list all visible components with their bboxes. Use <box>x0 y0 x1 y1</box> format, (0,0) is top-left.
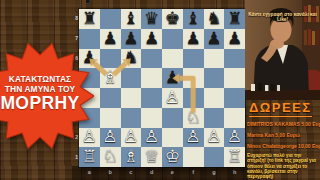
square-c1[interactable]: ♗ <box>121 147 142 167</box>
piece-black-pawn: ♟ <box>183 30 204 47</box>
piece-black-pawn: ♟ <box>162 69 183 86</box>
file-label-e: e <box>162 169 183 175</box>
square-b1[interactable]: ♘ <box>100 147 121 167</box>
piece-white-pawn: ♙ <box>183 129 204 146</box>
rank-label-7: 7 <box>69 36 78 41</box>
piece-black-bishop: ♝ <box>183 10 204 27</box>
square-g5[interactable] <box>204 68 225 88</box>
square-b6[interactable] <box>100 49 121 69</box>
piece-black-bishop: ♝ <box>121 10 142 27</box>
piece-white-pawn: ♙ <box>121 129 142 146</box>
file-label-c: c <box>121 169 142 175</box>
square-a1[interactable]: ♖ <box>79 147 100 167</box>
square-c2[interactable]: ♙ <box>121 128 142 148</box>
square-f4[interactable] <box>183 88 204 108</box>
square-e4[interactable]: ♙ <box>162 88 183 108</box>
subscribe-text: Κάντε εγγραφή στο κανάλι και Like! <box>246 12 319 23</box>
square-h1[interactable]: ♖ <box>224 147 245 167</box>
square-h8[interactable]: ♜ <box>224 9 245 29</box>
piece-white-pawn: ♙ <box>100 129 121 146</box>
square-g6[interactable] <box>204 49 225 69</box>
piece-black-pawn: ♟ <box>204 30 225 47</box>
square-f1[interactable] <box>183 147 204 167</box>
square-h6[interactable] <box>224 49 245 69</box>
square-g1[interactable] <box>204 147 225 167</box>
piece-white-queen: ♕ <box>141 148 162 165</box>
piece-white-pawn: ♙ <box>224 129 245 146</box>
piece-black-rook: ♜ <box>224 10 245 27</box>
square-d4[interactable] <box>141 88 162 108</box>
square-c8[interactable]: ♝ <box>121 9 142 29</box>
piece-black-pawn: ♟ <box>224 30 245 47</box>
piece-white-rook: ♖ <box>79 148 100 165</box>
square-c6[interactable]: ♞ <box>121 49 142 69</box>
square-b3[interactable] <box>100 108 121 128</box>
donor-line-1: DIMITRIOS KAKAMAS 5,00 Ευρώ <box>247 122 319 128</box>
file-label-d: d <box>141 169 162 175</box>
donor-line-3: Ninos Chalatzgeorge 10,00 Ευρώ <box>247 144 319 150</box>
piece-white-knight: ♘ <box>183 109 204 126</box>
square-c5[interactable] <box>121 68 142 88</box>
square-c3[interactable] <box>121 108 142 128</box>
square-h4[interactable] <box>224 88 245 108</box>
square-h7[interactable]: ♟ <box>224 29 245 49</box>
square-b8[interactable] <box>100 9 121 29</box>
square-b2[interactable]: ♙ <box>100 128 121 148</box>
piece-black-rook: ♜ <box>79 10 100 27</box>
piece-black-pawn: ♟ <box>121 30 142 47</box>
square-e8[interactable]: ♚ <box>162 9 183 29</box>
donor-line-2: Marina Kan 5,00 Ευρώ <box>247 133 319 139</box>
title-badge: ΚΑΤΑΚΤΩΝΤΑΣ ΤΗΝ ΑΜΥΝΑ ΤΟΥ MOPRHY <box>0 42 94 144</box>
piece-black-queen: ♛ <box>141 10 162 27</box>
donations-title: ΔΩΡΕΕΣ <box>249 101 312 117</box>
square-d6[interactable] <box>141 49 162 69</box>
badge-title-line3: MOPRHY <box>0 94 79 113</box>
piece-black-knight: ♞ <box>204 10 225 27</box>
square-e5[interactable]: ♟ <box>162 68 183 88</box>
square-b7[interactable]: ♟ <box>100 29 121 49</box>
square-g7[interactable]: ♟ <box>204 29 225 49</box>
square-c4[interactable] <box>121 88 142 108</box>
file-label-b: b <box>100 169 121 175</box>
thumbnail-canvas: 87654321 abcdefgh ♜♝♛♚♝♞♜♟♟♟♟♟♟♟♞♗♟♙♘♙♙♙… <box>0 0 320 180</box>
piece-white-pawn: ♙ <box>141 129 162 146</box>
piece-white-king: ♔ <box>162 148 183 165</box>
square-e6[interactable] <box>162 49 183 69</box>
piece-white-rook: ♖ <box>224 148 245 165</box>
square-e2[interactable] <box>162 128 183 148</box>
square-f6[interactable] <box>183 49 204 69</box>
square-b5[interactable]: ♗ <box>100 68 121 88</box>
piece-black-king: ♚ <box>162 10 183 27</box>
square-d8[interactable]: ♛ <box>141 9 162 29</box>
piece-white-pawn: ♙ <box>162 89 183 106</box>
board-grid: ♜♝♛♚♝♞♜♟♟♟♟♟♟♟♞♗♟♙♘♙♙♙♙♙♙♙♖♘♗♕♔♖ <box>79 9 245 167</box>
piece-white-bishop: ♗ <box>121 148 142 165</box>
square-e1[interactable]: ♔ <box>162 147 183 167</box>
square-d3[interactable] <box>141 108 162 128</box>
square-g8[interactable]: ♞ <box>204 9 225 29</box>
piece-white-knight: ♘ <box>100 148 121 165</box>
square-h5[interactable] <box>224 68 245 88</box>
piece-white-bishop: ♗ <box>100 69 121 86</box>
square-b4[interactable] <box>100 88 121 108</box>
square-f2[interactable]: ♙ <box>183 128 204 148</box>
donor-list: DIMITRIOS KAKAMAS 5,00 ΕυρώMarina Kan 5,… <box>247 122 319 156</box>
file-label-f: f <box>183 169 204 175</box>
donation-note: Ευχαριστώ πολύ για την στήριξη! (το link… <box>247 153 318 179</box>
piece-black-knight: ♞ <box>121 50 142 67</box>
square-d5[interactable] <box>141 68 162 88</box>
square-e3[interactable] <box>162 108 183 128</box>
cut-off-piece-icon: ♜ <box>83 0 92 7</box>
square-f5[interactable] <box>183 68 204 88</box>
piece-white-pawn: ♙ <box>204 129 225 146</box>
square-f7[interactable]: ♟ <box>183 29 204 49</box>
square-h2[interactable]: ♙ <box>224 128 245 148</box>
file-labels: abcdefgh <box>79 169 245 178</box>
chess-board: ♜♝♛♚♝♞♜♟♟♟♟♟♟♟♞♗♟♙♘♙♙♙♙♙♙♙♖♘♗♕♔♖ <box>79 9 245 167</box>
square-g3[interactable] <box>204 108 225 128</box>
square-f3[interactable]: ♘ <box>183 108 204 128</box>
right-panel: Κάντε εγγραφή στο κανάλι και Like! ΔΩΡΕΕ… <box>245 0 320 180</box>
file-label-a: a <box>79 169 100 175</box>
rank-label-1: 1 <box>69 155 78 160</box>
square-g4[interactable] <box>204 88 225 108</box>
square-e7[interactable] <box>162 29 183 49</box>
square-c7[interactable]: ♟ <box>121 29 142 49</box>
square-g2[interactable]: ♙ <box>204 128 225 148</box>
square-d2[interactable]: ♙ <box>141 128 162 148</box>
file-label-h: h <box>224 169 245 175</box>
piece-black-pawn: ♟ <box>100 30 121 47</box>
square-a8[interactable]: ♜ <box>79 9 100 29</box>
piece-black-pawn: ♟ <box>141 30 162 47</box>
square-d7[interactable]: ♟ <box>141 29 162 49</box>
square-d1[interactable]: ♕ <box>141 147 162 167</box>
rank-label-8: 8 <box>69 16 78 21</box>
square-f8[interactable]: ♝ <box>183 9 204 29</box>
square-h3[interactable] <box>224 108 245 128</box>
file-label-g: g <box>204 169 225 175</box>
